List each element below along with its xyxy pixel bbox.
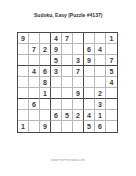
sudoku-cell-r4c8 [95,66,106,77]
sudoku-cell-r4c4: 3 [51,66,62,77]
sudoku-cell-r3c8 [95,55,106,66]
sudoku-cell-r9c6 [73,121,84,132]
sudoku-cell-r1c1: 9 [18,33,29,44]
sudoku-cell-r5c9: 4 [106,77,117,88]
sudoku-cell-r9c9 [106,121,117,132]
sudoku-cell-r8c3 [40,110,51,121]
sudoku-cell-r3c5 [62,55,73,66]
sudoku-cell-r6c7 [84,88,95,99]
sudoku-cell-r2c8: 4 [95,44,106,55]
sudoku-cell-r1c7 [84,33,95,44]
sudoku-cell-r7c6 [73,99,84,110]
sudoku-cell-r1c6 [73,33,84,44]
sudoku-cell-r4c1 [18,66,29,77]
sudoku-cell-r5c2 [29,77,40,88]
sudoku-cell-r9c1: 1 [18,121,29,132]
sudoku-cell-r1c3 [40,33,51,44]
sudoku-cell-r2c4: 9 [51,44,62,55]
sudoku-cell-r1c2 [29,33,40,44]
sudoku-cell-r7c2: 6 [29,99,40,110]
sudoku-cell-r2c6 [73,44,84,55]
footer-url: www.PrintFreeSudoku.com [44,159,92,162]
sudoku-cell-r2c5 [62,44,73,55]
sudoku-cell-r3c4: 5 [51,55,62,66]
sudoku-cell-r3c6: 3 [73,55,84,66]
sudoku-cell-r8c6: 2 [73,110,84,121]
sudoku-cell-r9c2 [29,121,40,132]
sudoku-cell-r3c1 [18,55,29,66]
sudoku-cell-r7c4 [51,99,62,110]
sudoku-cell-r9c8: 6 [95,121,106,132]
sudoku-cell-r7c7 [84,99,95,110]
sudoku-cell-r9c3: 9 [40,121,51,132]
sudoku-cell-r6c1 [18,88,29,99]
sudoku-cell-r6c6: 9 [73,88,84,99]
sudoku-cell-r8c9 [106,110,117,121]
sudoku-cell-r4c2: 4 [29,66,40,77]
sudoku-cell-r1c8 [95,33,106,44]
sudoku-cell-r8c8: 1 [95,110,106,121]
sudoku-cell-r8c2 [29,110,40,121]
sudoku-cell-r5c7 [84,77,95,88]
sudoku-cell-r2c9 [106,44,117,55]
sudoku-cell-r1c4: 4 [51,33,62,44]
sudoku-cell-r2c7: 6 [84,44,95,55]
sudoku-cell-r4c3: 6 [40,66,51,77]
sudoku-cell-r4c7 [84,66,95,77]
sudoku-cell-r8c4: 6 [51,110,62,121]
sudoku-cell-r6c2 [29,88,40,99]
sudoku-cell-r7c3 [40,99,51,110]
sudoku-cell-r5c4 [51,77,62,88]
sudoku-cell-r3c9: 7 [106,55,117,66]
sudoku-cell-r6c3: 1 [40,88,51,99]
sudoku-cell-r5c8 [95,77,106,88]
sudoku-cell-r3c3 [40,55,51,66]
sudoku-cell-r7c8: 3 [95,99,106,110]
sudoku-cell-r9c7: 5 [84,121,95,132]
sudoku-cell-r5c1 [18,77,29,88]
page-title: Sudoku, Easy (Puzzle #4137) [34,12,102,18]
sudoku-cell-r8c7: 4 [84,110,95,121]
sudoku-cell-r5c5 [62,77,73,88]
sudoku-cell-r7c9 [106,99,117,110]
sudoku-cell-r2c2: 7 [29,44,40,55]
sudoku-board: 9471729645397463758419263652411956 [17,32,118,133]
sudoku-cell-r4c9: 5 [106,66,117,77]
sudoku-cell-r1c5: 7 [62,33,73,44]
sudoku-cell-r9c5 [62,121,73,132]
sudoku-cell-r2c3: 2 [40,44,51,55]
sudoku-cell-r1c9: 1 [106,33,117,44]
sudoku-cell-r4c5 [62,66,73,77]
sudoku-cell-r8c1 [18,110,29,121]
sudoku-cell-r7c1 [18,99,29,110]
sudoku-cell-r7c5 [62,99,73,110]
sudoku-page: Sudoku, Easy (Puzzle #4137) 947172964539… [0,0,136,176]
sudoku-cell-r6c8: 2 [95,88,106,99]
sudoku-cell-r4c6: 7 [73,66,84,77]
sudoku-cell-r2c1 [18,44,29,55]
sudoku-cell-r6c9 [106,88,117,99]
sudoku-cell-r5c3: 8 [40,77,51,88]
sudoku-cell-r8c5: 5 [62,110,73,121]
sudoku-cell-r3c7: 9 [84,55,95,66]
sudoku-cell-r9c4 [51,121,62,132]
sudoku-cell-r3c2 [29,55,40,66]
sudoku-cell-r5c6 [73,77,84,88]
sudoku-cell-r6c4 [51,88,62,99]
sudoku-cell-r6c5 [62,88,73,99]
